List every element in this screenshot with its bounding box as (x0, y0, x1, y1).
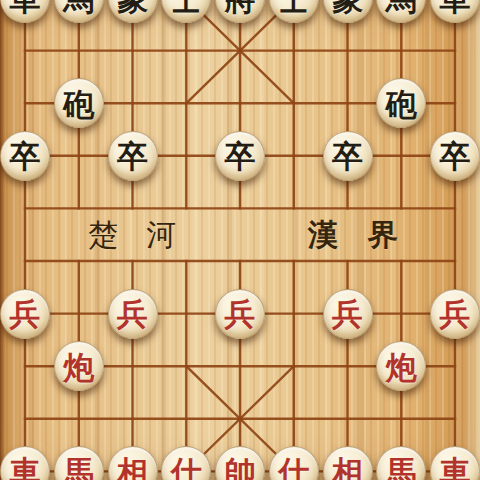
piece-glyph: 象 (332, 0, 363, 15)
piece-glyph: 車 (440, 0, 471, 15)
piece-red-soldier-3[interactable]: 兵 (215, 289, 265, 339)
piece-glyph: 仕 (171, 457, 202, 480)
piece-glyph: 卒 (10, 141, 41, 172)
piece-black-soldier-4[interactable]: 卒 (323, 131, 373, 181)
piece-glyph: 砲 (63, 89, 94, 120)
piece-glyph: 兵 (332, 299, 363, 330)
piece-glyph: 卒 (117, 141, 148, 172)
piece-glyph: 仕 (278, 457, 309, 480)
piece-glyph: 兵 (440, 299, 471, 330)
piece-glyph: 馬 (386, 0, 417, 15)
piece-black-cannon-left[interactable]: 砲 (54, 78, 104, 128)
piece-glyph: 車 (440, 457, 471, 480)
xiangqi-app: 楚河 漢界 車馬象士將士象馬車砲砲卒卒卒卒卒兵兵兵兵兵炮炮車馬相仕帥仕相馬車 (0, 0, 480, 480)
piece-red-soldier-4[interactable]: 兵 (323, 289, 373, 339)
piece-red-soldier-2[interactable]: 兵 (108, 289, 158, 339)
piece-glyph: 帥 (225, 457, 256, 480)
piece-glyph: 士 (171, 0, 202, 15)
piece-glyph: 卒 (440, 141, 471, 172)
piece-glyph: 象 (117, 0, 148, 15)
piece-glyph: 砲 (386, 89, 417, 120)
piece-glyph: 馬 (386, 457, 417, 480)
piece-glyph: 車 (10, 0, 41, 15)
piece-glyph: 炮 (386, 352, 417, 383)
piece-glyph: 馬 (63, 0, 94, 15)
piece-glyph: 馬 (63, 457, 94, 480)
piece-glyph: 卒 (332, 141, 363, 172)
piece-red-soldier-5[interactable]: 兵 (430, 289, 480, 339)
piece-red-soldier-1[interactable]: 兵 (0, 289, 50, 339)
piece-glyph: 兵 (225, 299, 256, 330)
piece-black-soldier-2[interactable]: 卒 (108, 131, 158, 181)
piece-red-cannon-left[interactable]: 炮 (54, 341, 104, 391)
piece-black-soldier-1[interactable]: 卒 (0, 131, 50, 181)
piece-glyph: 相 (117, 457, 148, 480)
piece-glyph: 卒 (225, 141, 256, 172)
piece-glyph: 兵 (117, 299, 148, 330)
river-label-han-jie: 漢界 (308, 208, 428, 261)
piece-glyph: 兵 (10, 299, 41, 330)
river-label-chu-he: 楚河 (88, 208, 204, 261)
piece-glyph: 車 (10, 457, 41, 480)
piece-black-soldier-3[interactable]: 卒 (215, 131, 265, 181)
piece-glyph: 士 (278, 0, 309, 15)
piece-glyph: 相 (332, 457, 363, 480)
piece-glyph: 將 (225, 0, 256, 15)
piece-black-soldier-5[interactable]: 卒 (430, 131, 480, 181)
piece-glyph: 炮 (63, 352, 94, 383)
xiangqi-board[interactable]: 楚河 漢界 車馬象士將士象馬車砲砲卒卒卒卒卒兵兵兵兵兵炮炮車馬相仕帥仕相馬車 (0, 0, 480, 480)
